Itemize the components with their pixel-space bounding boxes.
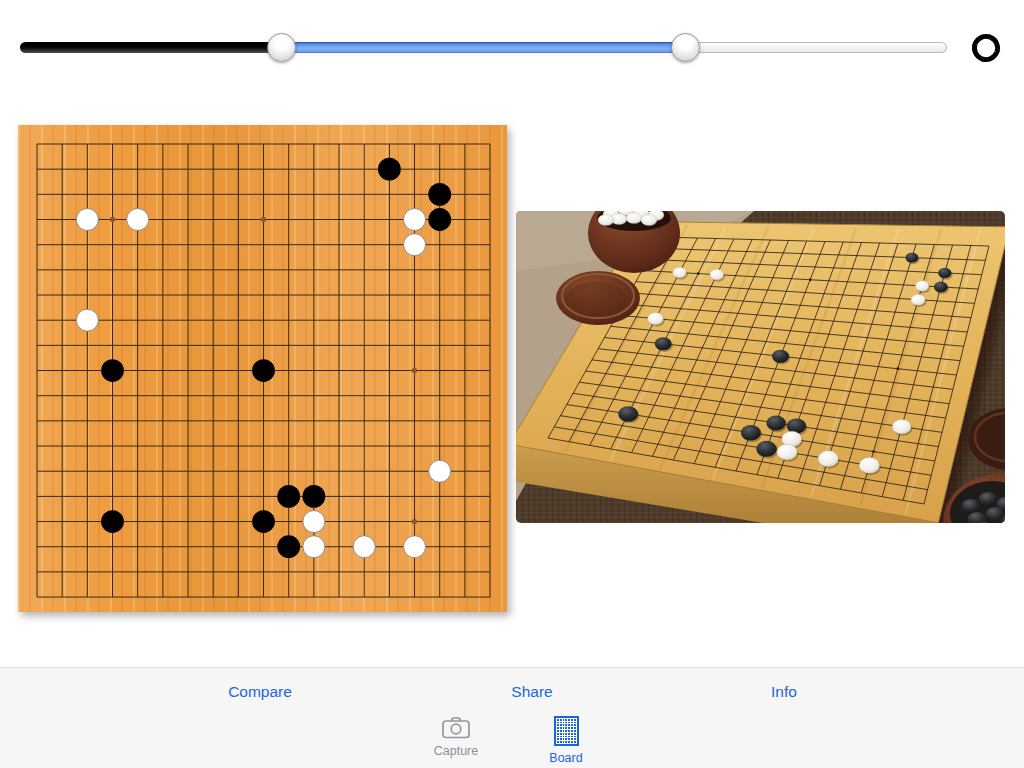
go-board-grid	[18, 125, 507, 612]
reset-rotate-button[interactable]	[965, 27, 1007, 69]
grid-board-icon	[554, 716, 579, 746]
circular-arrows-icon	[967, 29, 1005, 67]
compare-button[interactable]: Compare	[190, 681, 330, 703]
goban-photo-scene	[516, 211, 1005, 523]
share-button[interactable]: Share	[462, 681, 602, 703]
camera-icon	[442, 716, 470, 739]
slider-track-selected[interactable]	[282, 42, 686, 53]
info-button[interactable]: Info	[714, 681, 854, 703]
slider-track-played[interactable]	[20, 42, 282, 53]
slider-handle-right[interactable]	[671, 33, 700, 62]
slider-handle-left[interactable]	[267, 33, 296, 62]
tab-board[interactable]: Board	[520, 716, 612, 765]
goban-photo	[516, 211, 1005, 523]
tab-board-label: Board	[549, 751, 582, 765]
move-range-slider[interactable]	[20, 33, 948, 62]
tab-capture-label: Capture	[434, 744, 478, 758]
slider-track-rest[interactable]	[686, 42, 947, 53]
go-board-diagram[interactable]	[18, 125, 507, 612]
tab-capture[interactable]: Capture	[410, 716, 502, 758]
bottom-bar: Compare Share Info Capture Board	[0, 667, 1024, 768]
